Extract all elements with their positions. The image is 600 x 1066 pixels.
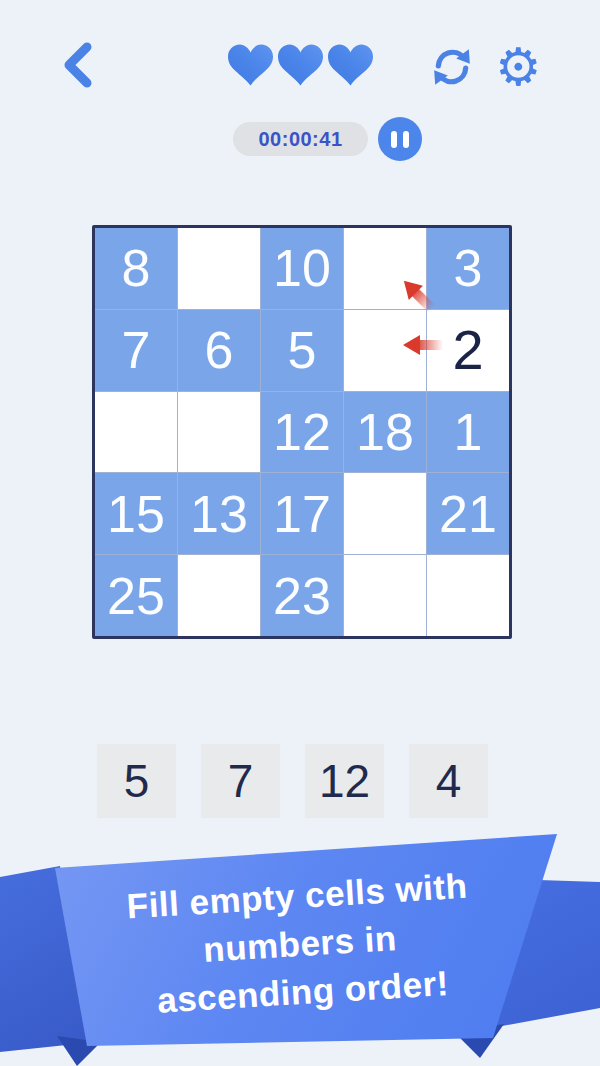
tray-tile[interactable]: 5 (97, 744, 176, 818)
grid-cell-r2c4[interactable] (344, 310, 426, 391)
grid-cell-r2c2[interactable]: 6 (178, 310, 260, 391)
back-button[interactable] (58, 40, 98, 90)
grid-cell-r5c1[interactable]: 25 (95, 555, 177, 636)
grid-cell-r5c4[interactable] (344, 555, 426, 636)
grid-cell-r1c5[interactable]: 3 (427, 228, 509, 309)
tray-tile[interactable]: 12 (305, 744, 384, 818)
pause-icon (403, 131, 409, 148)
instruction-line-3: ascending order! (156, 959, 450, 1025)
grid-cell-r5c5[interactable] (427, 555, 509, 636)
instruction-text: Fill empty cells with numbers in ascendi… (56, 849, 545, 1038)
grid-cell-r4c3[interactable]: 17 (261, 473, 343, 554)
grid-cell-r2c5[interactable]: 2 (427, 310, 509, 391)
grid-cell-r3c3[interactable]: 12 (261, 392, 343, 473)
grid-cell-r3c5[interactable]: 1 (427, 392, 509, 473)
lives-hearts (228, 44, 373, 86)
tray-tile[interactable]: 4 (409, 744, 488, 818)
timer-pill: 00:00:41 (233, 122, 368, 156)
grid-cell-r1c3[interactable]: 10 (261, 228, 343, 309)
puzzle-board: 8 10 3 7 6 5 2 12 18 1 15 13 17 21 25 23 (92, 225, 512, 639)
instruction-ribbon: Fill empty cells with numbers in ascendi… (0, 820, 600, 1066)
grid-cell-r1c2[interactable] (178, 228, 260, 309)
heart-icon (328, 44, 373, 86)
grid-cell-r4c4[interactable] (344, 473, 426, 554)
grid-cell-r3c4[interactable]: 18 (344, 392, 426, 473)
pause-button[interactable] (378, 117, 422, 161)
tray-tile[interactable]: 7 (201, 744, 280, 818)
heart-icon (228, 44, 273, 86)
restart-icon[interactable] (431, 46, 473, 88)
grid-cell-r4c2[interactable]: 13 (178, 473, 260, 554)
grid-cell-r3c1[interactable] (95, 392, 177, 473)
grid-cell-r4c1[interactable]: 15 (95, 473, 177, 554)
grid-cell-r4c5[interactable]: 21 (427, 473, 509, 554)
grid-cell-r1c1[interactable]: 8 (95, 228, 177, 309)
grid-cell-r5c2[interactable] (178, 555, 260, 636)
timer-value: 00:00:41 (258, 128, 342, 151)
settings-gear-icon[interactable]: ⚙ (495, 44, 539, 90)
grid-cell-r2c1[interactable]: 7 (95, 310, 177, 391)
header-bar: ⚙ (0, 0, 600, 110)
pause-icon (391, 131, 397, 148)
grid-cell-r1c4[interactable] (344, 228, 426, 309)
grid-cell-r2c3[interactable]: 5 (261, 310, 343, 391)
heart-icon (278, 44, 323, 86)
grid-cell-r5c3[interactable]: 23 (261, 555, 343, 636)
number-tray: 5 7 12 4 (97, 744, 503, 818)
grid-cell-r3c2[interactable] (178, 392, 260, 473)
